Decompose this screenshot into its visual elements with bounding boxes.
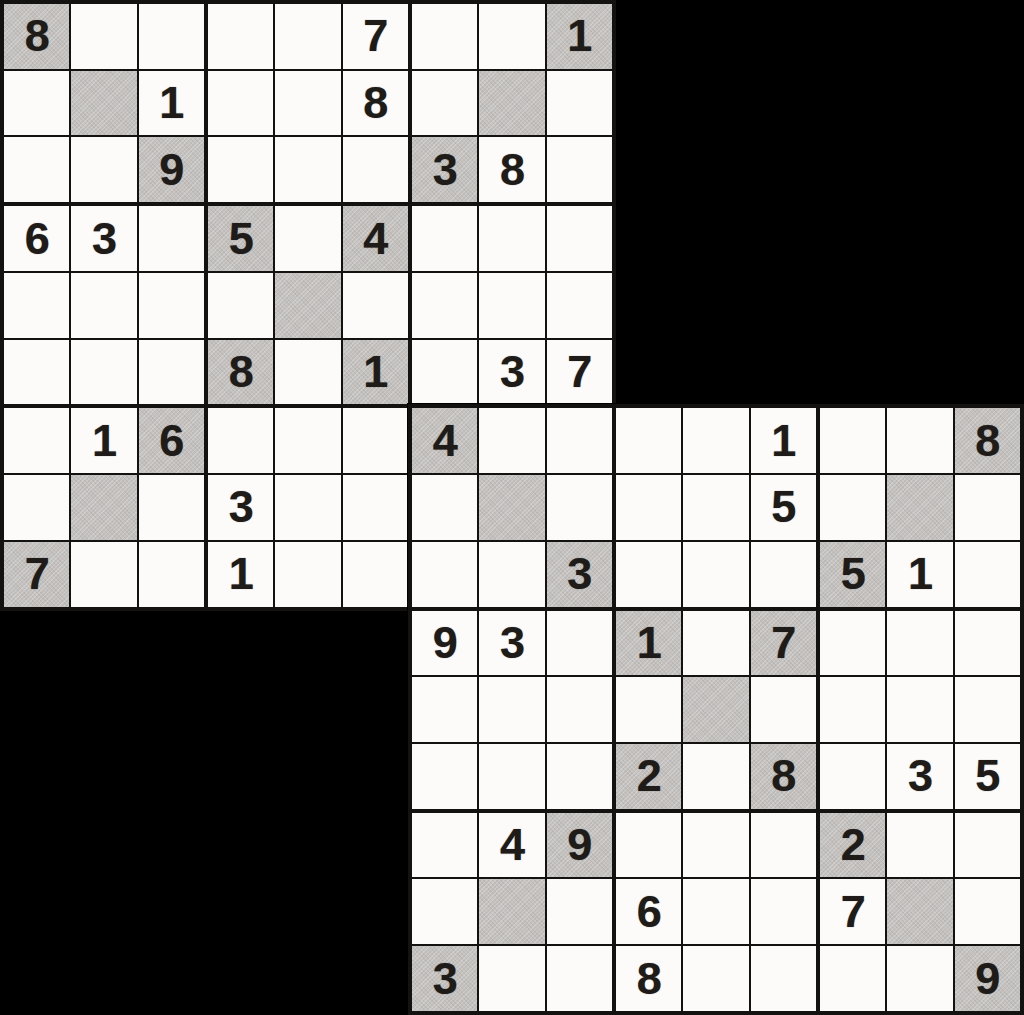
grid-bottom-right-cell-r5c9 — [955, 677, 1020, 742]
grid-top-left-cell-r7c3: 6 — [139, 408, 204, 473]
grid-top-left-cell-r2c7 — [412, 71, 477, 136]
grid-top-left-cell-r6c2 — [71, 340, 136, 405]
grid-bottom-right-cell-r6c6: 8 — [751, 744, 816, 809]
grid-top-left-cell-r8c2 — [71, 475, 136, 540]
grid-bottom-right-cell-r2c2 — [479, 475, 544, 540]
grid-top-left-cell-r3c2 — [71, 137, 136, 202]
grid-top-left-cell-r8c6 — [343, 475, 408, 540]
grid-bottom-right-cell-r8c2 — [479, 879, 544, 944]
grid-top-left-cell-r5c9 — [547, 273, 612, 338]
grid-bottom-right-cell-r9c4: 8 — [616, 946, 681, 1011]
grid-bottom-right-cell-r3c9 — [955, 542, 1020, 607]
grid-bottom-right-cell-r5c5 — [683, 677, 748, 742]
grid-bottom-right-cell-r5c6 — [751, 677, 816, 742]
grid-top-left-cell-r3c6 — [343, 137, 408, 202]
grid-top-left-cell-r1c2 — [71, 4, 136, 69]
grid-bottom-right-box-6: 35 — [820, 611, 1020, 809]
grid-top-left-cell-r6c9: 7 — [547, 340, 612, 405]
grid-bottom-right-cell-r8c4: 6 — [616, 879, 681, 944]
grid-bottom-right-cell-r1c7 — [820, 408, 885, 473]
grid-bottom-right-cell-r6c7 — [820, 744, 885, 809]
grid-top-left-cell-r2c3: 1 — [139, 71, 204, 136]
grid-bottom-right-cell-r4c4: 1 — [616, 611, 681, 676]
grid-top-left-cell-r3c7: 3 — [412, 137, 477, 202]
grid-bottom-right-cell-r5c4 — [616, 677, 681, 742]
grid-bottom-right-cell-r1c5 — [683, 408, 748, 473]
grid-bottom-right-cell-r4c9 — [955, 611, 1020, 676]
grid-top-left-cell-r6c1 — [4, 340, 69, 405]
grid-bottom-right-cell-r1c8 — [887, 408, 952, 473]
grid-top-left-box-6: 37 — [412, 206, 612, 404]
grid-bottom-right-cell-r7c8 — [887, 813, 952, 878]
grid-top-left-cell-r9c1: 7 — [4, 542, 69, 607]
grid-bottom-right-cell-r6c2 — [479, 744, 544, 809]
grid-top-left-cell-r2c5 — [275, 71, 340, 136]
grid-top-left-cell-r8c4: 3 — [208, 475, 273, 540]
grid-top-left-cell-r4c4: 5 — [208, 206, 273, 271]
grid-bottom-right-cell-r3c2 — [479, 542, 544, 607]
grid-top-left-cell-r3c3: 9 — [139, 137, 204, 202]
grid-top-left-cell-r6c6: 1 — [343, 340, 408, 405]
grid-bottom-right-cell-r1c1: 4 — [412, 408, 477, 473]
grid-bottom-right-cell-r2c5 — [683, 475, 748, 540]
grid-top-left-cell-r1c5 — [275, 4, 340, 69]
grid-bottom-right-cell-r9c2 — [479, 946, 544, 1011]
grid-top-left-cell-r2c9 — [547, 71, 612, 136]
grid-top-left-cell-r3c1 — [4, 137, 69, 202]
grid-bottom-right-cell-r2c7 — [820, 475, 885, 540]
grid-top-left-cell-r1c9: 1 — [547, 4, 612, 69]
grid-top-left-cell-r1c8 — [479, 4, 544, 69]
grid-bottom-right-cell-r9c1: 3 — [412, 946, 477, 1011]
grid-bottom-right-box-5: 1728 — [616, 611, 816, 809]
grid-bottom-right-cell-r9c8 — [887, 946, 952, 1011]
grid-top-left-cell-r8c3 — [139, 475, 204, 540]
grid-bottom-right-box-9: 279 — [820, 813, 1020, 1011]
grid-top-left-cell-r3c4 — [208, 137, 273, 202]
grid-bottom-right-cell-r8c8 — [887, 879, 952, 944]
grid-top-left-cell-r9c3 — [139, 542, 204, 607]
grid-bottom-right-cell-r4c2: 3 — [479, 611, 544, 676]
grid-bottom-right-box-3: 851 — [820, 408, 1020, 606]
grid-bottom-right-cell-r7c4 — [616, 813, 681, 878]
grid-bottom-right-cell-r3c5 — [683, 542, 748, 607]
grid-top-left-cell-r3c8: 8 — [479, 137, 544, 202]
grid-bottom-right-cell-r7c7: 2 — [820, 813, 885, 878]
grid-bottom-right-cell-r7c3: 9 — [547, 813, 612, 878]
grid-top-left-box-3: 138 — [412, 4, 612, 202]
grid-top-left-box-5: 5481 — [208, 206, 408, 404]
grid-bottom-right-cell-r3c8: 1 — [887, 542, 952, 607]
grid-top-left-cell-r1c1: 8 — [4, 4, 69, 69]
grid-top-left-cell-r2c1 — [4, 71, 69, 136]
grid-top-left-cell-r4c5 — [275, 206, 340, 271]
grid-bottom-right-cell-r6c3 — [547, 744, 612, 809]
grid-bottom-right-box-7: 493 — [412, 813, 612, 1011]
grid-bottom-right-cell-r8c3 — [547, 879, 612, 944]
grid-top-left-cell-r8c1 — [4, 475, 69, 540]
grid-bottom-right-cell-r3c1 — [412, 542, 477, 607]
grid-bottom-right-cell-r9c9: 9 — [955, 946, 1020, 1011]
grid-bottom-right-cell-r5c3 — [547, 677, 612, 742]
grid-bottom-right-cell-r5c8 — [887, 677, 952, 742]
grid-top-left-cell-r2c6: 8 — [343, 71, 408, 136]
grid-top-left-cell-r6c4: 8 — [208, 340, 273, 405]
grid-top-left-cell-r8c5 — [275, 475, 340, 540]
grid-bottom-right-cell-r6c9: 5 — [955, 744, 1020, 809]
grid-top-left-cell-r5c8 — [479, 273, 544, 338]
grid-top-left-cell-r1c3 — [139, 4, 204, 69]
grid-top-left-cell-r3c5 — [275, 137, 340, 202]
grid-top-left-cell-r9c2 — [71, 542, 136, 607]
grid-bottom-right-cell-r4c8 — [887, 611, 952, 676]
grid-bottom-right-cell-r2c1 — [412, 475, 477, 540]
grid-top-left-cell-r4c1: 6 — [4, 206, 69, 271]
grid-top-left-cell-r5c6 — [343, 273, 408, 338]
grid-top-left-cell-r7c1 — [4, 408, 69, 473]
grid-top-left-cell-r2c2 — [71, 71, 136, 136]
grid-bottom-right-box-2: 15 — [616, 408, 816, 606]
grid-bottom-right-cell-r7c1 — [412, 813, 477, 878]
grid-bottom-right-cell-r8c6 — [751, 879, 816, 944]
grid-bottom-right-cell-r3c3: 3 — [547, 542, 612, 607]
grid-bottom-right-cell-r1c3 — [547, 408, 612, 473]
grid-bottom-right-cell-r8c7: 7 — [820, 879, 885, 944]
grid-bottom-right-cell-r4c7 — [820, 611, 885, 676]
grid-bottom-right-cell-r2c3 — [547, 475, 612, 540]
grid-top-left-box-8: 31 — [208, 408, 408, 606]
grid-bottom-right-cell-r3c4 — [616, 542, 681, 607]
grid-top-left-cell-r9c5 — [275, 542, 340, 607]
grid-top-left-cell-r9c4: 1 — [208, 542, 273, 607]
grid-bottom-right-cell-r5c1 — [412, 677, 477, 742]
grid-bottom-right-cell-r8c1 — [412, 879, 477, 944]
grid-bottom-right-cell-r9c7 — [820, 946, 885, 1011]
grid-bottom-right-box-1: 43 — [412, 408, 612, 606]
grid-bottom-right-cell-r9c3 — [547, 946, 612, 1011]
grid-bottom-right-box-4: 93 — [412, 611, 612, 809]
grid-top-left-cell-r7c6 — [343, 408, 408, 473]
grid-top-left-cell-r4c3 — [139, 206, 204, 271]
grid-bottom-right-cell-r4c6: 7 — [751, 611, 816, 676]
grid-bottom-right-cell-r5c7 — [820, 677, 885, 742]
grid-top-left-box-4: 63 — [4, 206, 204, 404]
grid-top-left-cell-r7c4 — [208, 408, 273, 473]
grid-top-left-cell-r1c4 — [208, 4, 273, 69]
grid-top-left-box-7: 167 — [4, 408, 204, 606]
grid-top-left-cell-r5c1 — [4, 273, 69, 338]
grid-top-left-cell-r2c8 — [479, 71, 544, 136]
grid-bottom-right-box-8: 68 — [616, 813, 816, 1011]
grid-top-left-cell-r5c3 — [139, 273, 204, 338]
grid-bottom-right-cell-r8c9 — [955, 879, 1020, 944]
grid-top-left-cell-r3c9 — [547, 137, 612, 202]
grid-top-left-cell-r5c2 — [71, 273, 136, 338]
grid-bottom-right-cell-r1c9: 8 — [955, 408, 1020, 473]
grid-top-left-cell-r4c6: 4 — [343, 206, 408, 271]
grid-bottom-right-cell-r7c5 — [683, 813, 748, 878]
grid-bottom-right-cell-r7c2: 4 — [479, 813, 544, 878]
grid-bottom-right-cell-r7c6 — [751, 813, 816, 878]
grid-bottom-right-cell-r4c5 — [683, 611, 748, 676]
grid-top-left-cell-r5c4 — [208, 273, 273, 338]
grid-bottom-right-cell-r2c9 — [955, 475, 1020, 540]
grid-top-left-cell-r4c9 — [547, 206, 612, 271]
grid-top-left-cell-r4c2: 3 — [71, 206, 136, 271]
grid-top-left-cell-r6c7 — [412, 340, 477, 405]
grid-top-left-cell-r7c2: 1 — [71, 408, 136, 473]
grid-top-left-cell-r6c3 — [139, 340, 204, 405]
grid-bottom-right-cell-r9c5 — [683, 946, 748, 1011]
grid-bottom-right-cell-r9c6 — [751, 946, 816, 1011]
grid-bottom-right-cell-r2c4 — [616, 475, 681, 540]
grid-bottom-right-cell-r5c2 — [479, 677, 544, 742]
grid-bottom-right-cell-r2c8 — [887, 475, 952, 540]
grid-bottom-right-cell-r3c7: 5 — [820, 542, 885, 607]
grid-top-left-cell-r1c6: 7 — [343, 4, 408, 69]
grid-top-left-box-1: 819 — [4, 4, 204, 202]
grid-top-left-box-2: 78 — [208, 4, 408, 202]
grid-bottom-right-cell-r6c4: 2 — [616, 744, 681, 809]
grid-top-left-cell-r6c5 — [275, 340, 340, 405]
grid-top-left-cell-r9c6 — [343, 542, 408, 607]
grid-top-left-cell-r1c7 — [412, 4, 477, 69]
grid-top-left-cell-r5c7 — [412, 273, 477, 338]
grid-top-left-cell-r4c7 — [412, 206, 477, 271]
grid-top-left-cell-r6c8: 3 — [479, 340, 544, 405]
grid-top-left-cell-r4c8 — [479, 206, 544, 271]
grid-bottom-right-cell-r2c6: 5 — [751, 475, 816, 540]
sudoku-grid-bottom-right: 43158519317283549368279 — [408, 404, 1024, 1015]
grid-bottom-right-cell-r7c9 — [955, 813, 1020, 878]
grid-bottom-right-cell-r6c5 — [683, 744, 748, 809]
grid-top-left-cell-r7c5 — [275, 408, 340, 473]
grid-top-left-cell-r2c4 — [208, 71, 273, 136]
grid-bottom-right-cell-r1c6: 1 — [751, 408, 816, 473]
grid-bottom-right-cell-r4c3 — [547, 611, 612, 676]
grid-bottom-right-cell-r8c5 — [683, 879, 748, 944]
grid-bottom-right-cell-r6c8: 3 — [887, 744, 952, 809]
grid-bottom-right-cell-r4c1: 9 — [412, 611, 477, 676]
grid-top-left-cell-r5c5 — [275, 273, 340, 338]
grid-bottom-right-cell-r1c4 — [616, 408, 681, 473]
grid-bottom-right-cell-r1c2 — [479, 408, 544, 473]
grid-bottom-right-cell-r3c6 — [751, 542, 816, 607]
page-background: 81978138635481371673143 4315851931728354… — [0, 0, 1024, 1015]
grid-bottom-right-cell-r6c1 — [412, 744, 477, 809]
